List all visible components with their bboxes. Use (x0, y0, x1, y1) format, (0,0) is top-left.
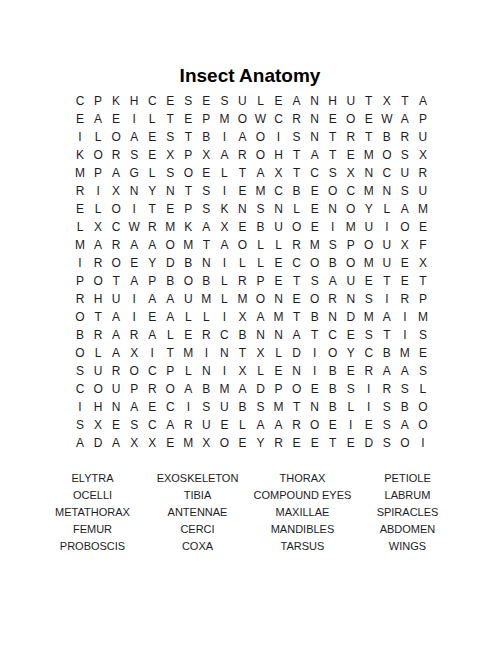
grid-cell-r12c17: S (360, 290, 378, 308)
grid-cell-r18c19: B (396, 398, 414, 416)
grid-cell-r8c19: O (396, 218, 414, 236)
grid-cell-r11c20: T (414, 272, 432, 290)
grid-cell-r13c8: L (197, 308, 215, 326)
grid-cell-r11c13: T (288, 272, 306, 290)
grid-cell-r3c3: O (107, 128, 125, 146)
grid-cell-r11c11: P (251, 272, 269, 290)
grid-cell-r13c16: D (342, 308, 360, 326)
grid-cell-r20c3: A (107, 434, 125, 452)
grid-cell-r2c20: P (414, 110, 432, 128)
grid-cell-r6c9: I (215, 182, 233, 200)
grid-cell-r4c4: S (125, 146, 143, 164)
grid-cell-r9c9: A (215, 236, 233, 254)
grid-cell-r8c1: L (71, 218, 89, 236)
grid-cell-r8c13: O (288, 218, 306, 236)
grid-cell-r15c8: I (197, 344, 215, 362)
grid-cell-r15c5: I (143, 344, 161, 362)
grid-cell-r3c13: S (288, 128, 306, 146)
grid-cell-r12c16: N (342, 290, 360, 308)
grid-cell-r6c2: I (89, 182, 107, 200)
grid-cell-r9c5: A (143, 236, 161, 254)
grid-cell-r6c3: X (107, 182, 125, 200)
grid-cell-r5c3: A (107, 164, 125, 182)
grid-cell-r7c10: N (233, 200, 251, 218)
grid-cell-r10c1: I (71, 254, 89, 272)
grid-cell-r19c7: R (179, 416, 197, 434)
grid-cell-r1c7: S (179, 92, 197, 110)
grid-cell-r7c19: A (396, 200, 414, 218)
grid-cell-r19c5: C (143, 416, 161, 434)
grid-cell-r13c5: E (143, 308, 161, 326)
grid-cell-r3c20: U (414, 128, 432, 146)
grid-cell-r17c8: B (197, 380, 215, 398)
word-list-item-mandibles: MANDIBLES (250, 521, 355, 538)
grid-cell-r2c17: E (360, 110, 378, 128)
grid-cell-r7c2: L (89, 200, 107, 218)
grid-cell-r9c16: P (342, 236, 360, 254)
grid-cell-r20c16: E (342, 434, 360, 452)
grid-cell-r3c19: R (396, 128, 414, 146)
grid-cell-r16c2: U (89, 362, 107, 380)
grid-cell-r14c19: I (396, 326, 414, 344)
grid-cell-r8c20: E (414, 218, 432, 236)
grid-cell-r15c19: M (396, 344, 414, 362)
grid-cell-r10c6: D (161, 254, 179, 272)
grid-cell-r5c1: M (71, 164, 89, 182)
grid-cell-r1c11: L (251, 92, 269, 110)
grid-cell-r17c6: O (161, 380, 179, 398)
grid-cell-r7c12: N (270, 200, 288, 218)
grid-cell-r5c12: X (270, 164, 288, 182)
grid-cell-r5c8: E (197, 164, 215, 182)
grid-cell-r18c1: I (71, 398, 89, 416)
grid-cell-r11c3: T (107, 272, 125, 290)
grid-cell-r7c9: K (215, 200, 233, 218)
word-list-item-coxa: COXA (145, 538, 250, 555)
grid-cell-r17c20: L (414, 380, 432, 398)
grid-cell-r5c10: T (233, 164, 251, 182)
word-list-item-abdomen: ABDOMEN (355, 521, 460, 538)
grid-cell-r11c4: A (125, 272, 143, 290)
grid-cell-r14c2: R (89, 326, 107, 344)
grid-cell-r14c7: E (179, 326, 197, 344)
grid-cell-r1c20: A (414, 92, 432, 110)
grid-cell-r6c13: B (288, 182, 306, 200)
grid-cell-r1c16: U (342, 92, 360, 110)
grid-cell-r11c15: A (324, 272, 342, 290)
grid-cell-r7c15: N (324, 200, 342, 218)
grid-cell-r5c19: U (396, 164, 414, 182)
grid-cell-r2c16: O (342, 110, 360, 128)
grid-cell-r8c3: C (107, 218, 125, 236)
grid-cell-r18c17: I (360, 398, 378, 416)
grid-cell-r10c16: O (342, 254, 360, 272)
grid-cell-r14c13: A (288, 326, 306, 344)
grid-cell-r3c11: O (251, 128, 269, 146)
grid-cell-r4c20: X (414, 146, 432, 164)
grid-cell-r14c17: S (360, 326, 378, 344)
grid-cell-r4c1: K (71, 146, 89, 164)
grid-cell-r4c17: M (360, 146, 378, 164)
grid-cell-r7c20: M (414, 200, 432, 218)
word-list-item-thorax: THORAX (250, 470, 355, 487)
grid-cell-r11c9: L (215, 272, 233, 290)
grid-cell-r12c8: M (197, 290, 215, 308)
grid-cell-r20c1: A (71, 434, 89, 452)
grid-cell-r14c10: B (233, 326, 251, 344)
word-list-item-compound-eyes: COMPOUND EYES (250, 487, 355, 504)
word-list-item-petiole: PETIOLE (355, 470, 460, 487)
grid-cell-r6c8: S (197, 182, 215, 200)
grid-cell-r15c6: T (161, 344, 179, 362)
grid-cell-r9c15: S (324, 236, 342, 254)
grid-cell-r18c5: E (143, 398, 161, 416)
grid-cell-r19c10: L (233, 416, 251, 434)
grid-cell-r17c7: A (179, 380, 197, 398)
grid-cell-r14c12: N (270, 326, 288, 344)
grid-cell-r4c11: O (251, 146, 269, 164)
grid-cell-r8c9: X (215, 218, 233, 236)
grid-cell-r17c1: C (71, 380, 89, 398)
grid-cell-r12c20: P (414, 290, 432, 308)
grid-cell-r3c12: I (270, 128, 288, 146)
grid-cell-r16c13: N (288, 362, 306, 380)
grid-cell-r17c4: P (125, 380, 143, 398)
grid-cell-r19c6: A (161, 416, 179, 434)
grid-cell-r14c18: T (378, 326, 396, 344)
grid-cell-r20c2: D (89, 434, 107, 452)
grid-cell-r13c3: A (107, 308, 125, 326)
grid-cell-r13c17: M (360, 308, 378, 326)
grid-cell-r18c14: N (306, 398, 324, 416)
grid-cell-r8c8: A (197, 218, 215, 236)
grid-cell-r20c17: D (360, 434, 378, 452)
grid-cell-r9c3: R (107, 236, 125, 254)
grid-cell-r2c12: C (270, 110, 288, 128)
grid-cell-r16c9: I (215, 362, 233, 380)
grid-cell-r13c11: A (251, 308, 269, 326)
grid-cell-r4c6: X (161, 146, 179, 164)
grid-cell-r9c8: T (197, 236, 215, 254)
grid-cell-r3c18: B (378, 128, 396, 146)
grid-cell-r16c7: L (179, 362, 197, 380)
word-list-item-tarsus: TARSUS (250, 538, 355, 555)
grid-cell-r11c17: E (360, 272, 378, 290)
word-list-item-elytra: ELYTRA (40, 470, 145, 487)
grid-cell-r6c15: O (324, 182, 342, 200)
grid-cell-r4c14: A (306, 146, 324, 164)
grid-cell-r16c5: C (143, 362, 161, 380)
grid-cell-r4c15: T (324, 146, 342, 164)
grid-cell-r19c4: S (125, 416, 143, 434)
grid-cell-r7c18: L (378, 200, 396, 218)
grid-cell-r3c15: T (324, 128, 342, 146)
grid-cell-r15c7: M (179, 344, 197, 362)
grid-cell-r12c10: M (233, 290, 251, 308)
grid-cell-r11c16: U (342, 272, 360, 290)
grid-cell-r14c20: S (414, 326, 432, 344)
grid-cell-r18c8: S (197, 398, 215, 416)
grid-cell-r19c17: E (360, 416, 378, 434)
grid-cell-r5c17: N (360, 164, 378, 182)
word-list-item-proboscis: PROBOSCIS (40, 538, 145, 555)
grid-cell-r8c18: I (378, 218, 396, 236)
grid-cell-r10c17: M (360, 254, 378, 272)
word-list-item-labrum: LABRUM (355, 487, 460, 504)
grid-cell-r4c5: E (143, 146, 161, 164)
grid-cell-r19c2: X (89, 416, 107, 434)
grid-cell-r1c17: T (360, 92, 378, 110)
grid-cell-r19c9: E (215, 416, 233, 434)
grid-cell-r17c14: E (306, 380, 324, 398)
grid-cell-r20c15: T (324, 434, 342, 452)
grid-cell-r2c6: T (161, 110, 179, 128)
grid-cell-r1c8: E (197, 92, 215, 110)
grid-cell-r19c14: O (306, 416, 324, 434)
grid-cell-r13c12: M (270, 308, 288, 326)
grid-cell-r2c15: E (324, 110, 342, 128)
grid-cell-r17c13: O (288, 380, 306, 398)
grid-cell-r20c14: E (306, 434, 324, 452)
grid-cell-r18c10: B (233, 398, 251, 416)
grid-cell-r19c15: E (324, 416, 342, 434)
grid-cell-r9c1: M (71, 236, 89, 254)
grid-cell-r18c11: S (251, 398, 269, 416)
grid-cell-r20c20: I (414, 434, 432, 452)
grid-cell-r13c14: B (306, 308, 324, 326)
grid-cell-r12c13: E (288, 290, 306, 308)
grid-cell-r5c16: X (342, 164, 360, 182)
grid-cell-r10c20: X (414, 254, 432, 272)
grid-cell-r12c5: A (143, 290, 161, 308)
grid-cell-r15c2: L (89, 344, 107, 362)
grid-cell-r16c11: L (251, 362, 269, 380)
grid-cell-r7c3: O (107, 200, 125, 218)
grid-cell-r17c15: B (324, 380, 342, 398)
grid-cell-r9c20: F (414, 236, 432, 254)
grid-cell-r14c1: B (71, 326, 89, 344)
grid-cell-r16c1: S (71, 362, 89, 380)
grid-cell-r15c16: Y (342, 344, 360, 362)
grid-cell-r8c14: E (306, 218, 324, 236)
puzzle-title: Insect Anatomy (0, 65, 500, 87)
grid-cell-r2c9: M (215, 110, 233, 128)
grid-cell-r1c1: C (71, 92, 89, 110)
grid-cell-r8c12: U (270, 218, 288, 236)
grid-cell-r12c15: R (324, 290, 342, 308)
grid-cell-r3c4: A (125, 128, 143, 146)
grid-cell-r8c15: I (324, 218, 342, 236)
grid-cell-r14c9: C (215, 326, 233, 344)
grid-cell-r20c6: E (161, 434, 179, 452)
grid-cell-r5c15: S (324, 164, 342, 182)
grid-cell-r3c14: N (306, 128, 324, 146)
grid-cell-r7c17: Y (360, 200, 378, 218)
grid-cell-r11c8: B (197, 272, 215, 290)
grid-cell-r13c19: I (396, 308, 414, 326)
grid-cell-r6c17: M (360, 182, 378, 200)
grid-cell-r2c5: L (143, 110, 161, 128)
grid-cell-r17c9: M (215, 380, 233, 398)
grid-cell-r20c4: X (125, 434, 143, 452)
grid-cell-r7c14: E (306, 200, 324, 218)
grid-cell-r15c17: C (360, 344, 378, 362)
word-list-item-exoskeleton: EXOSKELETON (145, 470, 250, 487)
grid-cell-r6c6: N (161, 182, 179, 200)
grid-cell-r17c3: U (107, 380, 125, 398)
grid-cell-r15c13: D (288, 344, 306, 362)
grid-cell-r8c5: R (143, 218, 161, 236)
grid-cell-r14c3: A (107, 326, 125, 344)
grid-cell-r4c8: X (197, 146, 215, 164)
grid-cell-r12c3: U (107, 290, 125, 308)
grid-cell-r19c20: O (414, 416, 432, 434)
grid-cell-r13c10: X (233, 308, 251, 326)
grid-cell-r8c17: U (360, 218, 378, 236)
grid-cell-r13c13: T (288, 308, 306, 326)
grid-cell-r5c20: R (414, 164, 432, 182)
grid-cell-r16c4: O (125, 362, 143, 380)
grid-cell-r3c10: A (233, 128, 251, 146)
grid-cell-r1c12: E (270, 92, 288, 110)
grid-cell-r3c1: I (71, 128, 89, 146)
grid-cell-r10c9: I (215, 254, 233, 272)
grid-cell-r8c4: W (125, 218, 143, 236)
grid-cell-r2c13: R (288, 110, 306, 128)
grid-cell-r7c6: E (161, 200, 179, 218)
grid-cell-r18c6: C (161, 398, 179, 416)
grid-cell-r16c12: E (270, 362, 288, 380)
grid-cell-r6c16: C (342, 182, 360, 200)
grid-cell-r2c1: E (71, 110, 89, 128)
grid-cell-r19c11: A (251, 416, 269, 434)
grid-cell-r10c2: R (89, 254, 107, 272)
grid-cell-r2c10: O (233, 110, 251, 128)
grid-cell-r5c2: P (89, 164, 107, 182)
grid-cell-r17c11: D (251, 380, 269, 398)
grid-cell-r1c15: H (324, 92, 342, 110)
grid-cell-r1c18: X (378, 92, 396, 110)
grid-cell-r1c10: U (233, 92, 251, 110)
grid-cell-r20c13: E (288, 434, 306, 452)
grid-cell-r20c10: E (233, 434, 251, 452)
grid-cell-r12c2: H (89, 290, 107, 308)
grid-cell-r18c12: M (270, 398, 288, 416)
grid-cell-r13c2: T (89, 308, 107, 326)
grid-cell-r15c14: I (306, 344, 324, 362)
grid-cell-r18c9: U (215, 398, 233, 416)
grid-cell-r9c18: U (378, 236, 396, 254)
grid-cell-r16c16: E (342, 362, 360, 380)
grid-cell-r6c4: N (125, 182, 143, 200)
grid-cell-r1c14: N (306, 92, 324, 110)
grid-cell-r7c13: L (288, 200, 306, 218)
grid-cell-r20c18: S (378, 434, 396, 452)
grid-cell-r16c19: A (396, 362, 414, 380)
grid-cell-r4c9: A (215, 146, 233, 164)
word-list-item-ocelli: OCELLI (40, 487, 145, 504)
grid-cell-r15c4: X (125, 344, 143, 362)
grid-cell-r8c7: K (179, 218, 197, 236)
grid-cell-r8c11: B (251, 218, 269, 236)
grid-cell-r3c2: L (89, 128, 107, 146)
grid-cell-r13c20: M (414, 308, 432, 326)
grid-cell-r9c17: O (360, 236, 378, 254)
grid-cell-r7c5: T (143, 200, 161, 218)
grid-cell-r1c6: E (161, 92, 179, 110)
grid-cell-r9c19: X (396, 236, 414, 254)
grid-cell-r10c18: U (378, 254, 396, 272)
grid-cell-r18c20: O (414, 398, 432, 416)
grid-cell-r2c14: N (306, 110, 324, 128)
word-search-grid: CPKHCESESULEANHUTXTAEAEILTEPMOWCRNEOEWAP… (71, 92, 432, 452)
grid-cell-r9c6: O (161, 236, 179, 254)
grid-cell-r12c9: L (215, 290, 233, 308)
grid-cell-r18c18: S (378, 398, 396, 416)
word-list-item-cerci: CERCI (145, 521, 250, 538)
grid-cell-r15c20: E (414, 344, 432, 362)
grid-cell-r2c2: A (89, 110, 107, 128)
grid-cell-r17c10: A (233, 380, 251, 398)
grid-cell-r15c1: O (71, 344, 89, 362)
grid-cell-r20c19: O (396, 434, 414, 452)
word-list-item-tibia: TIBIA (145, 487, 250, 504)
grid-cell-r7c1: E (71, 200, 89, 218)
grid-cell-r14c11: N (251, 326, 269, 344)
grid-cell-r12c18: I (378, 290, 396, 308)
grid-cell-r13c1: O (71, 308, 89, 326)
grid-cell-r15c3: A (107, 344, 125, 362)
grid-cell-r14c8: R (197, 326, 215, 344)
grid-cell-r17c19: S (396, 380, 414, 398)
grid-cell-r12c12: N (270, 290, 288, 308)
grid-cell-r11c5: P (143, 272, 161, 290)
grid-cell-r15c12: L (270, 344, 288, 362)
grid-cell-r19c19: A (396, 416, 414, 434)
grid-cell-r19c3: E (107, 416, 125, 434)
grid-cell-r14c14: T (306, 326, 324, 344)
grid-cell-r5c4: G (125, 164, 143, 182)
grid-cell-r5c5: L (143, 164, 161, 182)
grid-cell-r9c11: L (251, 236, 269, 254)
grid-cell-r18c16: L (342, 398, 360, 416)
grid-cell-r20c9: O (215, 434, 233, 452)
grid-cell-r8c10: E (233, 218, 251, 236)
grid-cell-r11c1: P (71, 272, 89, 290)
grid-cell-r17c2: O (89, 380, 107, 398)
grid-cell-r11c2: O (89, 272, 107, 290)
grid-cell-r6c1: R (71, 182, 89, 200)
word-list-item-maxillae: MAXILLAE (250, 504, 355, 521)
grid-cell-r18c13: T (288, 398, 306, 416)
grid-cell-r6c5: Y (143, 182, 161, 200)
grid-cell-r16c14: I (306, 362, 324, 380)
grid-cell-r15c18: B (378, 344, 396, 362)
grid-cell-r7c7: P (179, 200, 197, 218)
grid-cell-r2c3: E (107, 110, 125, 128)
grid-cell-r17c12: P (270, 380, 288, 398)
grid-cell-r20c7: M (179, 434, 197, 452)
grid-cell-r19c8: U (197, 416, 215, 434)
grid-cell-r6c20: U (414, 182, 432, 200)
grid-cell-r11c7: O (179, 272, 197, 290)
grid-cell-r12c1: R (71, 290, 89, 308)
grid-cell-r18c3: N (107, 398, 125, 416)
grid-cell-r5c18: C (378, 164, 396, 182)
grid-cell-r10c7: B (179, 254, 197, 272)
grid-cell-r1c5: C (143, 92, 161, 110)
grid-cell-r16c3: R (107, 362, 125, 380)
